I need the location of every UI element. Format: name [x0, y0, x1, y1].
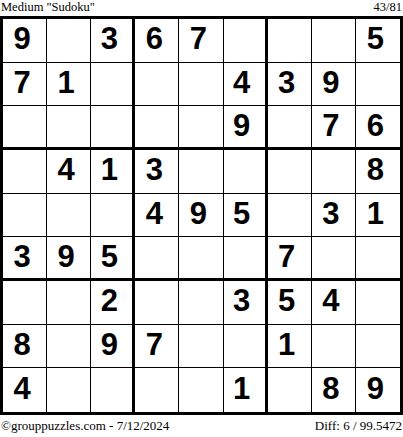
cell-r5c8[interactable]: 3	[312, 194, 356, 238]
cell-r1c2[interactable]	[47, 19, 91, 63]
cell-r6c4[interactable]	[135, 237, 179, 281]
cell-r6c8[interactable]	[312, 237, 356, 281]
cell-r9c2[interactable]	[47, 368, 91, 412]
cell-r6c7[interactable]: 7	[268, 237, 312, 281]
cell-r9c4[interactable]	[135, 368, 179, 412]
cell-r3c4[interactable]	[135, 106, 179, 150]
header: Medium "Sudoku" 43/81	[0, 0, 403, 16]
cell-r2c3[interactable]	[91, 63, 135, 107]
cell-r3c2[interactable]	[47, 106, 91, 150]
cell-r2c5[interactable]	[179, 63, 223, 107]
copyright-text: ©grouppuzzles.com - 7/12/2024	[1, 418, 169, 433]
cell-r1c1[interactable]: 9	[3, 19, 47, 63]
cell-r7c8[interactable]: 4	[312, 281, 356, 325]
cell-r5c1[interactable]	[3, 194, 47, 238]
cell-r6c5[interactable]	[179, 237, 223, 281]
cell-r8c7[interactable]: 1	[268, 325, 312, 369]
puzzle-page: Medium "Sudoku" 43/81 936757143997641384…	[0, 0, 403, 437]
cell-r1c6[interactable]	[224, 19, 268, 63]
cell-r9c5[interactable]	[179, 368, 223, 412]
cell-r8c4[interactable]: 7	[135, 325, 179, 369]
cell-r7c3[interactable]: 2	[91, 281, 135, 325]
cell-r3c1[interactable]	[3, 106, 47, 150]
cell-r5c6[interactable]: 5	[224, 194, 268, 238]
cell-r3c7[interactable]	[268, 106, 312, 150]
cell-r2c8[interactable]: 9	[312, 63, 356, 107]
cell-r5c9[interactable]: 1	[356, 194, 400, 238]
cell-r3c9[interactable]: 6	[356, 106, 400, 150]
cell-r8c3[interactable]: 9	[91, 325, 135, 369]
cell-r9c7[interactable]	[268, 368, 312, 412]
cell-r7c9[interactable]	[356, 281, 400, 325]
cell-r4c6[interactable]	[224, 150, 268, 194]
cell-r8c9[interactable]	[356, 325, 400, 369]
cell-r2c7[interactable]: 3	[268, 63, 312, 107]
cell-r7c4[interactable]	[135, 281, 179, 325]
cell-r6c1[interactable]: 3	[3, 237, 47, 281]
cell-r1c9[interactable]: 5	[356, 19, 400, 63]
cell-r3c8[interactable]: 7	[312, 106, 356, 150]
cell-r4c9[interactable]: 8	[356, 150, 400, 194]
cell-r1c4[interactable]: 6	[135, 19, 179, 63]
cell-r6c6[interactable]	[224, 237, 268, 281]
cell-r2c4[interactable]	[135, 63, 179, 107]
cell-r2c6[interactable]: 4	[224, 63, 268, 107]
cell-r9c6[interactable]: 1	[224, 368, 268, 412]
cell-r9c3[interactable]	[91, 368, 135, 412]
cell-r1c8[interactable]	[312, 19, 356, 63]
cell-r6c3[interactable]: 5	[91, 237, 135, 281]
cell-r1c3[interactable]: 3	[91, 19, 135, 63]
page-title: Medium "Sudoku"	[1, 1, 95, 14]
cell-r4c1[interactable]	[3, 150, 47, 194]
cell-r7c7[interactable]: 5	[268, 281, 312, 325]
cell-r4c2[interactable]: 4	[47, 150, 91, 194]
cell-r4c5[interactable]	[179, 150, 223, 194]
sudoku-board: 93675714399764138495313957235489714189	[0, 16, 403, 415]
cell-r9c9[interactable]: 9	[356, 368, 400, 412]
cell-r9c8[interactable]: 8	[312, 368, 356, 412]
cell-r2c1[interactable]: 7	[3, 63, 47, 107]
cell-r2c9[interactable]	[356, 63, 400, 107]
cell-r2c2[interactable]: 1	[47, 63, 91, 107]
cell-r6c9[interactable]	[356, 237, 400, 281]
difficulty-text: Diff: 6 / 99.5472	[315, 418, 402, 433]
cell-r7c1[interactable]	[3, 281, 47, 325]
cell-r8c6[interactable]	[224, 325, 268, 369]
cell-r1c7[interactable]	[268, 19, 312, 63]
cell-r4c4[interactable]: 3	[135, 150, 179, 194]
cell-r9c1[interactable]: 4	[3, 368, 47, 412]
cell-r3c5[interactable]	[179, 106, 223, 150]
cell-r8c1[interactable]: 8	[3, 325, 47, 369]
cell-r5c4[interactable]: 4	[135, 194, 179, 238]
puzzle-counter: 43/81	[374, 1, 402, 14]
cell-r5c3[interactable]	[91, 194, 135, 238]
cell-r5c5[interactable]: 9	[179, 194, 223, 238]
cell-r6c2[interactable]: 9	[47, 237, 91, 281]
cell-r4c8[interactable]	[312, 150, 356, 194]
cell-r8c8[interactable]	[312, 325, 356, 369]
cell-r7c5[interactable]	[179, 281, 223, 325]
cell-r7c6[interactable]: 3	[224, 281, 268, 325]
cell-r8c2[interactable]	[47, 325, 91, 369]
footer: ©grouppuzzles.com - 7/12/2024 Diff: 6 / …	[0, 415, 403, 437]
cell-r5c7[interactable]	[268, 194, 312, 238]
cell-r3c3[interactable]	[91, 106, 135, 150]
cell-r4c3[interactable]: 1	[91, 150, 135, 194]
cell-r4c7[interactable]	[268, 150, 312, 194]
cell-r3c6[interactable]: 9	[224, 106, 268, 150]
cell-r1c5[interactable]: 7	[179, 19, 223, 63]
cell-r5c2[interactable]	[47, 194, 91, 238]
cell-r7c2[interactable]	[47, 281, 91, 325]
cell-r8c5[interactable]	[179, 325, 223, 369]
